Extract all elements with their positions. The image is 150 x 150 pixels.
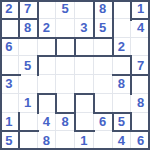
cell-r6c3[interactable]	[38, 94, 57, 113]
region-border-segment	[55, 112, 76, 114]
cell-r7c5[interactable]	[75, 113, 94, 132]
cell-r3c2[interactable]	[19, 38, 38, 57]
cell-r1c6[interactable]: 8	[94, 0, 113, 19]
region-border-segment	[74, 130, 95, 132]
cell-r2c7[interactable]	[113, 19, 132, 38]
cell-r8c1[interactable]: 5	[0, 131, 19, 150]
cell-r4c4[interactable]	[56, 56, 75, 75]
region-border-segment	[18, 112, 20, 133]
cell-r3c3[interactable]	[38, 38, 57, 57]
cell-r2c4[interactable]	[56, 19, 75, 38]
cell-r1c4[interactable]: 5	[56, 0, 75, 19]
region-border-segment	[112, 37, 114, 58]
puzzle-board: 2758182354625738181486558146	[0, 0, 150, 150]
cell-r2c5[interactable]: 3	[75, 19, 94, 38]
region-border-segment	[37, 55, 58, 57]
region-border-segment	[18, 18, 39, 20]
cell-r4c8[interactable]: 7	[131, 56, 150, 75]
cell-r3c1[interactable]: 6	[0, 38, 19, 57]
cell-r3c5[interactable]	[75, 38, 94, 57]
cell-r7c6[interactable]: 6	[94, 113, 113, 132]
region-border-segment	[18, 130, 39, 132]
cell-r8c6[interactable]	[94, 131, 113, 150]
cell-r2c1[interactable]	[0, 19, 19, 38]
region-border-segment	[55, 55, 76, 57]
region-border-segment	[130, 112, 132, 133]
cell-r5c8[interactable]	[131, 75, 150, 94]
region-border-segment	[55, 37, 76, 39]
region-border-segment	[74, 93, 95, 95]
region-border-segment	[112, 112, 133, 114]
cell-r3c6[interactable]	[94, 38, 113, 57]
region-border-segment	[74, 55, 95, 57]
region-border-segment	[18, 18, 20, 39]
cell-r6c2[interactable]: 1	[19, 94, 38, 113]
cell-r7c4[interactable]: 8	[56, 113, 75, 132]
cell-r8c2[interactable]	[19, 131, 38, 150]
cell-r4c5[interactable]	[75, 56, 94, 75]
cell-r8c7[interactable]: 4	[113, 131, 132, 150]
cell-r5c1[interactable]: 3	[0, 75, 19, 94]
cell-r6c6[interactable]	[94, 94, 113, 113]
cell-r7c8[interactable]	[131, 113, 150, 132]
cell-r6c8[interactable]: 8	[131, 94, 150, 113]
cell-r2c3[interactable]: 2	[38, 19, 57, 38]
cell-r6c1[interactable]	[0, 94, 19, 113]
region-border-segment	[130, 0, 132, 21]
cell-r8c5[interactable]: 1	[75, 131, 94, 150]
cell-r1c7[interactable]	[113, 0, 132, 19]
cell-r1c1[interactable]: 2	[0, 0, 19, 19]
region-border-segment	[130, 74, 150, 76]
region-border-segment	[112, 112, 114, 133]
region-border-segment	[93, 37, 114, 39]
region-border-segment	[74, 93, 76, 114]
cell-r4c6[interactable]	[94, 56, 113, 75]
cell-r3c8[interactable]	[131, 38, 150, 57]
cell-r5c2[interactable]	[19, 75, 38, 94]
cell-r5c7[interactable]: 8	[113, 75, 132, 94]
cell-r3c4[interactable]	[56, 38, 75, 57]
cell-r6c4[interactable]	[56, 94, 75, 113]
region-border-segment	[37, 18, 39, 39]
cell-r5c3[interactable]	[38, 75, 57, 94]
region-border-segment	[74, 37, 95, 39]
cell-r5c5[interactable]	[75, 75, 94, 94]
cell-r6c5[interactable]	[75, 94, 94, 113]
region-border-segment	[93, 18, 95, 39]
region-border-segment	[93, 55, 114, 57]
cell-r3c7[interactable]: 2	[113, 38, 132, 57]
region-border-segment	[112, 18, 114, 39]
cell-r1c8[interactable]: 1	[131, 0, 150, 19]
cell-r8c8[interactable]: 6	[131, 131, 150, 150]
cell-r4c2[interactable]: 5	[19, 56, 38, 75]
cell-r7c3[interactable]: 4	[38, 113, 57, 132]
cell-r2c2[interactable]: 8	[19, 19, 38, 38]
cell-r1c5[interactable]	[75, 0, 94, 19]
region-border-segment	[130, 55, 132, 76]
region-border-segment	[74, 112, 76, 133]
region-border-segment	[55, 93, 57, 114]
cell-r8c3[interactable]: 8	[38, 131, 57, 150]
region-border-segment	[37, 93, 39, 114]
region-border-segment	[93, 93, 95, 114]
cell-r5c4[interactable]	[56, 75, 75, 94]
region-border-segment	[93, 112, 114, 114]
cell-r4c3[interactable]	[38, 56, 57, 75]
cell-r7c7[interactable]: 5	[113, 113, 132, 132]
region-border-segment	[18, 37, 39, 39]
cell-r4c7[interactable]	[113, 56, 132, 75]
cell-r6c7[interactable]	[113, 94, 132, 113]
region-border-segment	[37, 55, 39, 76]
region-border-segment	[130, 18, 150, 20]
cell-r7c1[interactable]: 1	[0, 113, 19, 132]
cell-r4c1[interactable]	[0, 56, 19, 75]
cell-r1c3[interactable]	[38, 0, 57, 19]
region-border-segment	[112, 130, 133, 132]
region-border-segment	[0, 74, 21, 76]
cell-r5c6[interactable]	[94, 75, 113, 94]
region-border-segment	[112, 55, 133, 57]
region-border-segment	[130, 74, 132, 95]
region-border-segment	[130, 130, 150, 132]
region-border-segment	[74, 37, 76, 58]
cell-r2c6[interactable]: 5	[94, 19, 113, 38]
cell-r8c4[interactable]	[56, 131, 75, 150]
region-border-segment	[37, 93, 58, 95]
cell-r1c2[interactable]: 7	[19, 0, 38, 19]
region-border-segment	[37, 37, 58, 39]
cell-r7c2[interactable]	[19, 113, 38, 132]
cell-r2c8[interactable]: 4	[131, 19, 150, 38]
region-border-segment	[112, 74, 133, 76]
region-border-segment	[55, 37, 57, 58]
region-border-segment	[18, 130, 20, 150]
